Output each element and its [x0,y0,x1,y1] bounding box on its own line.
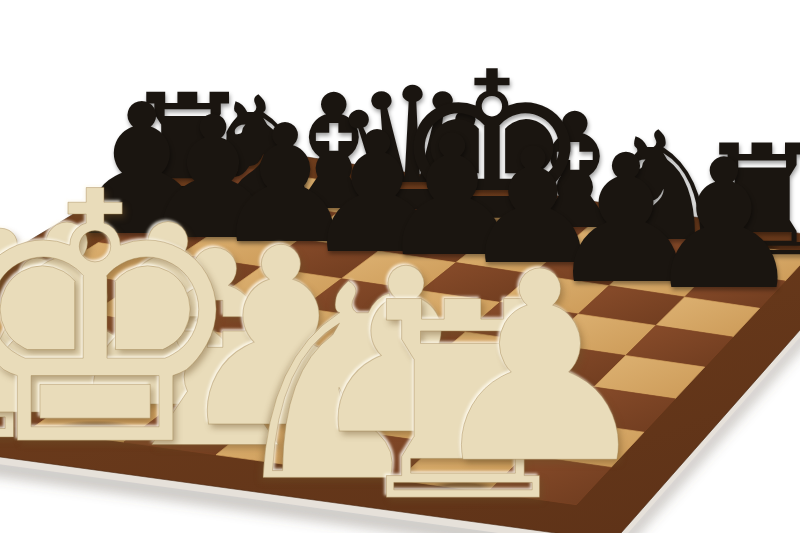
pieces-layer: ♜♞♝♛♝♚♟♟♞♟♟♜♟♟♟♟♛♟♟♝♟♚♞♟♜♟ [0,0,800,533]
black-pawn[interactable]: ♟ [644,136,800,315]
white-king[interactable]: ♚ [0,148,250,494]
chess-set-photo: ♜♞♝♛♝♚♟♟♞♟♟♜♟♟♟♟♛♟♟♝♟♚♞♟♜♟ [0,0,800,533]
white-pawn[interactable]: ♟ [423,238,658,500]
